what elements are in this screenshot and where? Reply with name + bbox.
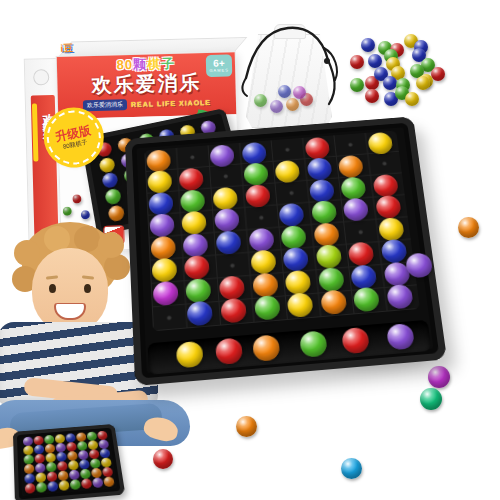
- ball: [90, 468, 101, 478]
- ball: [44, 435, 54, 445]
- ball[interactable]: [283, 247, 310, 272]
- ball[interactable]: [306, 157, 332, 181]
- main-board: [125, 116, 447, 386]
- ball[interactable]: [372, 174, 399, 198]
- ball: [24, 483, 35, 494]
- ball[interactable]: [287, 292, 314, 318]
- box-side-title: 欢乐爱消乐: [39, 103, 57, 118]
- ball: [55, 443, 66, 453]
- ball: [56, 461, 67, 471]
- ball: [35, 472, 46, 483]
- child-face: [32, 248, 108, 332]
- ball[interactable]: [219, 275, 245, 300]
- ball[interactable]: [304, 137, 330, 160]
- ball[interactable]: [318, 267, 345, 292]
- ball: [420, 388, 442, 410]
- ball[interactable]: [279, 203, 305, 227]
- box-side-ribbon: [32, 103, 39, 161]
- ball[interactable]: [150, 235, 176, 260]
- ball: [46, 471, 57, 482]
- ball: [286, 98, 299, 111]
- ball: [368, 54, 382, 68]
- ball[interactable]: [220, 298, 247, 324]
- ball[interactable]: [185, 278, 211, 304]
- ball[interactable]: [151, 258, 177, 283]
- ball[interactable]: [299, 330, 328, 357]
- ball[interactable]: [341, 176, 367, 200]
- ball: [105, 188, 123, 206]
- box-subtitle-cn: 欢乐爱消消乐: [83, 99, 127, 111]
- ball: [78, 459, 89, 469]
- ball[interactable]: [214, 208, 240, 232]
- ball[interactable]: [375, 195, 402, 219]
- ball-cluster: [350, 32, 454, 116]
- ball[interactable]: [281, 225, 307, 250]
- main-board-grid: [144, 130, 420, 331]
- ball: [293, 86, 306, 99]
- ball: [103, 476, 115, 487]
- ball: [69, 479, 80, 490]
- ball: [89, 458, 100, 468]
- ball[interactable]: [381, 239, 408, 264]
- ball[interactable]: [244, 184, 270, 208]
- eye: [49, 284, 56, 293]
- ball[interactable]: [367, 132, 393, 155]
- ball: [254, 94, 267, 107]
- ball: [341, 458, 362, 479]
- eyebrow: [46, 275, 58, 279]
- ball: [72, 194, 81, 203]
- ball: [35, 482, 46, 493]
- eye: [84, 284, 91, 293]
- ball[interactable]: [338, 155, 364, 179]
- ball: [77, 450, 88, 460]
- ball[interactable]: [311, 200, 337, 224]
- ball: [88, 449, 99, 459]
- ball: [76, 441, 87, 451]
- ball[interactable]: [184, 255, 210, 280]
- drawstring-bag: [238, 18, 342, 130]
- ball: [34, 463, 45, 473]
- ball[interactable]: [353, 287, 380, 313]
- ball: [102, 172, 120, 189]
- ball: [101, 467, 112, 477]
- ball[interactable]: [351, 264, 378, 289]
- ball: [92, 477, 103, 488]
- ball: [98, 439, 109, 449]
- ball: [416, 76, 430, 90]
- ball[interactable]: [209, 144, 234, 167]
- ball: [79, 469, 90, 479]
- ball: [33, 436, 43, 446]
- mini-board: [13, 424, 125, 500]
- ball: [80, 478, 91, 489]
- eyebrow: [82, 275, 94, 279]
- ball: [99, 156, 116, 173]
- ball[interactable]: [386, 323, 415, 350]
- ball: [365, 89, 379, 103]
- ball[interactable]: [243, 163, 269, 187]
- ball[interactable]: [309, 179, 335, 203]
- ball[interactable]: [313, 222, 340, 247]
- ball[interactable]: [348, 242, 375, 267]
- mini-board-grid: [22, 431, 115, 494]
- ball: [428, 366, 450, 388]
- ball[interactable]: [275, 160, 301, 184]
- smile: [54, 303, 86, 320]
- ball: [383, 76, 397, 90]
- ball[interactable]: [149, 213, 174, 237]
- box-title: 欢乐爱消乐: [57, 68, 236, 100]
- ball: [63, 207, 72, 216]
- ball: [278, 85, 291, 98]
- ball: [54, 434, 64, 444]
- ball[interactable]: [241, 142, 266, 165]
- ball[interactable]: [343, 198, 370, 222]
- ball: [68, 470, 79, 481]
- ball: [23, 445, 33, 455]
- ball: [97, 431, 108, 441]
- ball[interactable]: [183, 233, 209, 258]
- ball[interactable]: [148, 192, 173, 216]
- ball[interactable]: [147, 170, 172, 194]
- ball: [153, 449, 173, 469]
- ball[interactable]: [250, 250, 276, 275]
- ball: [34, 454, 45, 464]
- ball: [99, 448, 110, 458]
- ball[interactable]: [215, 337, 243, 365]
- ball[interactable]: [315, 244, 342, 269]
- ball[interactable]: [187, 301, 213, 327]
- ball: [270, 100, 283, 113]
- box-side-stamp: [33, 69, 49, 85]
- ball: [67, 451, 78, 461]
- ball: [24, 473, 35, 484]
- ball: [236, 416, 257, 437]
- ball: [350, 78, 364, 92]
- ball[interactable]: [180, 189, 205, 213]
- ball: [81, 210, 90, 219]
- ball[interactable]: [341, 327, 370, 354]
- ball[interactable]: [152, 280, 178, 306]
- box-header: 80颗棋子 6+ GAMES 欢乐爱消乐 欢乐爱消消乐 REAL LIFE XI…: [57, 52, 237, 119]
- bag-cord: [238, 18, 342, 130]
- brand-logo: i豆: [60, 42, 73, 56]
- ball: [23, 455, 33, 465]
- ball[interactable]: [253, 295, 280, 321]
- ball: [45, 462, 56, 472]
- ball: [458, 217, 479, 238]
- ball[interactable]: [378, 217, 405, 242]
- ball: [45, 453, 56, 463]
- ball: [86, 431, 97, 441]
- ball: [100, 458, 111, 468]
- ball: [67, 460, 78, 470]
- ball: [56, 452, 67, 462]
- ball[interactable]: [386, 284, 414, 310]
- ball: [66, 442, 77, 452]
- box-subtitle-en: REAL LIFE XIAOLE: [131, 99, 211, 108]
- ball: [58, 480, 69, 491]
- ball: [405, 92, 419, 106]
- ball: [47, 481, 58, 492]
- ball[interactable]: [215, 230, 241, 255]
- ball: [350, 55, 364, 69]
- ball: [44, 444, 54, 454]
- ball[interactable]: [181, 211, 207, 235]
- ball: [87, 440, 98, 450]
- ball[interactable]: [212, 186, 238, 210]
- ball[interactable]: [252, 272, 279, 297]
- ball: [361, 38, 375, 52]
- ball[interactable]: [285, 269, 312, 294]
- ball[interactable]: [176, 341, 204, 369]
- ball: [431, 67, 445, 81]
- ball[interactable]: [179, 168, 204, 192]
- ball: [22, 437, 32, 447]
- ball: [33, 445, 43, 455]
- ball: [75, 432, 86, 442]
- ball[interactable]: [248, 227, 274, 252]
- ball[interactable]: [252, 334, 280, 362]
- ball: [23, 464, 34, 474]
- product-photo: 欢乐爱消乐 i豆 80颗棋子 6+ GAMES 欢乐爱消乐 欢乐爱消消乐 REA…: [0, 0, 500, 500]
- ball: [57, 471, 68, 482]
- ball[interactable]: [146, 149, 171, 172]
- ball[interactable]: [320, 289, 347, 315]
- ball: [65, 433, 76, 443]
